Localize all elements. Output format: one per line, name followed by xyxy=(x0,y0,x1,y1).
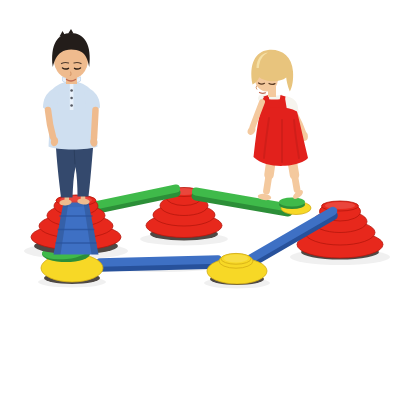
boy-head xyxy=(52,29,90,84)
girl-head xyxy=(251,50,293,97)
boy-jeans xyxy=(56,148,93,198)
green-disc-mid-right xyxy=(279,198,311,215)
balance-course-photo: Two barefoot toddlers play on a colourfu… xyxy=(0,0,400,400)
blue-plank-bottom xyxy=(100,260,218,268)
child-girl xyxy=(246,50,308,201)
child-boy xyxy=(43,29,100,207)
